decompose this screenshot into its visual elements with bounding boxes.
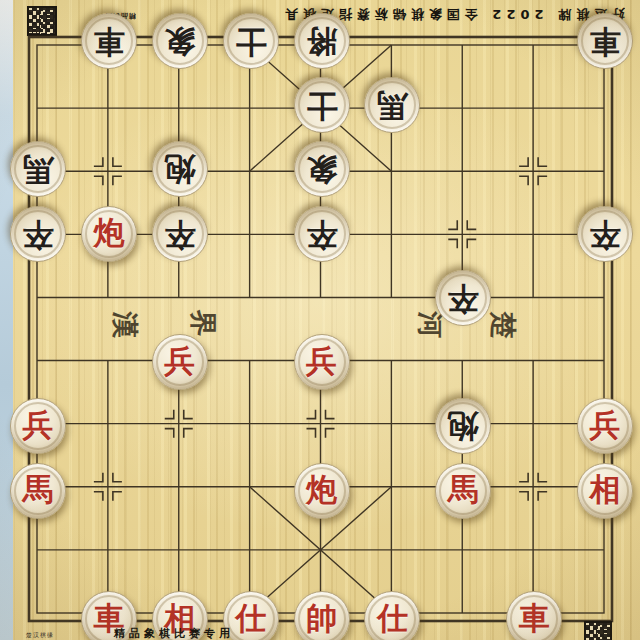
- piece-black-soldier-a7[interactable]: 卒: [10, 206, 66, 262]
- piece-red-cannon-e3[interactable]: 炮: [294, 463, 350, 519]
- piece-character: 仕: [377, 603, 408, 634]
- piece-red-advisor-f1[interactable]: 仕: [364, 591, 420, 640]
- piece-character: 兵: [164, 346, 195, 377]
- piece-black-cannon-c8[interactable]: 炮: [152, 141, 208, 197]
- river-text-chu: 楚: [488, 310, 518, 340]
- piece-character: 卒: [23, 219, 54, 250]
- piece-character: 兵: [590, 410, 621, 441]
- piece-character: 兵: [306, 346, 337, 377]
- piece-character: 象: [164, 26, 195, 57]
- piece-character: 士: [235, 26, 266, 57]
- piece-character: 兵: [23, 410, 54, 441]
- piece-character: 炮: [93, 217, 124, 248]
- piece-character: 車: [519, 603, 550, 634]
- piece-character: 相: [590, 474, 621, 505]
- piece-character: 卒: [164, 219, 195, 250]
- piece-character: 車: [93, 26, 124, 57]
- piece-red-horse-g3[interactable]: 馬: [435, 463, 491, 519]
- piece-character: 將: [306, 26, 337, 57]
- piece-character: 卒: [448, 283, 479, 314]
- piece-character: 馬: [23, 155, 54, 186]
- piece-black-chariot-i10[interactable]: 車: [577, 13, 633, 69]
- river-text-jie: 界: [188, 308, 218, 338]
- xiangqi-board-photo: 精品棋具 好运棋牌 2022 全国象棋锦标赛指定棋具 漢 界 河 楚 車象士將車…: [0, 0, 640, 640]
- piece-character: 馬: [23, 474, 54, 505]
- piece-red-horse-a3[interactable]: 馬: [10, 463, 66, 519]
- piece-character: 車: [590, 26, 621, 57]
- piece-character: 卒: [306, 219, 337, 250]
- piece-red-chariot-h1[interactable]: 車: [506, 591, 562, 640]
- piece-character: 炮: [448, 412, 479, 443]
- piece-black-general-e10[interactable]: 將: [294, 13, 350, 69]
- piece-character: 卒: [590, 219, 621, 250]
- piece-red-soldier-i4[interactable]: 兵: [577, 398, 633, 454]
- piece-character: 炮: [164, 155, 195, 186]
- piece-black-soldier-g6[interactable]: 卒: [435, 270, 491, 326]
- piece-red-elephant-i3[interactable]: 相: [577, 463, 633, 519]
- piece-black-soldier-i7[interactable]: 卒: [577, 206, 633, 262]
- piece-character: 馬: [377, 91, 408, 122]
- bottom-brand-text: 精品象棋比赛专用: [114, 626, 364, 640]
- piece-character: 象: [306, 155, 337, 186]
- piece-black-elephant-c10[interactable]: 象: [152, 13, 208, 69]
- piece-black-horse-a8[interactable]: 馬: [10, 141, 66, 197]
- piece-black-chariot-b10[interactable]: 車: [81, 13, 137, 69]
- river-text-han: 漢: [110, 310, 140, 340]
- bottom-small-brand-text: 楚汉棋缘: [26, 631, 54, 640]
- piece-black-elephant-e8[interactable]: 象: [294, 141, 350, 197]
- piece-red-soldier-e5[interactable]: 兵: [294, 334, 350, 390]
- qr-code-bottom: [584, 621, 612, 640]
- piece-red-soldier-a4[interactable]: 兵: [10, 398, 66, 454]
- piece-red-cannon-b7[interactable]: 炮: [81, 206, 137, 262]
- piece-character: 炮: [306, 474, 337, 505]
- piece-character: 馬: [448, 474, 479, 505]
- piece-black-advisor-d10[interactable]: 士: [223, 13, 279, 69]
- piece-red-soldier-c5[interactable]: 兵: [152, 334, 208, 390]
- piece-character: 士: [306, 91, 337, 122]
- piece-black-soldier-c7[interactable]: 卒: [152, 206, 208, 262]
- piece-black-soldier-e7[interactable]: 卒: [294, 206, 350, 262]
- piece-black-advisor-e9[interactable]: 士: [294, 77, 350, 133]
